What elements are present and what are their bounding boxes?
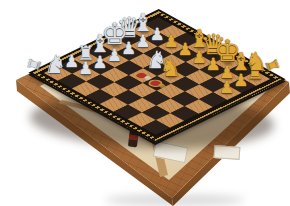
scene: { "game": "chess", "scene_description": …: [0, 0, 290, 206]
ground-shadow: [105, 194, 245, 206]
offboard-silver-rook[interactable]: ♜: [26, 56, 44, 73]
paper-packet-2: [214, 145, 241, 160]
offboard-silver-knight[interactable]: ♞: [44, 52, 66, 77]
gold-knight-glyph: ♞: [154, 56, 186, 80]
